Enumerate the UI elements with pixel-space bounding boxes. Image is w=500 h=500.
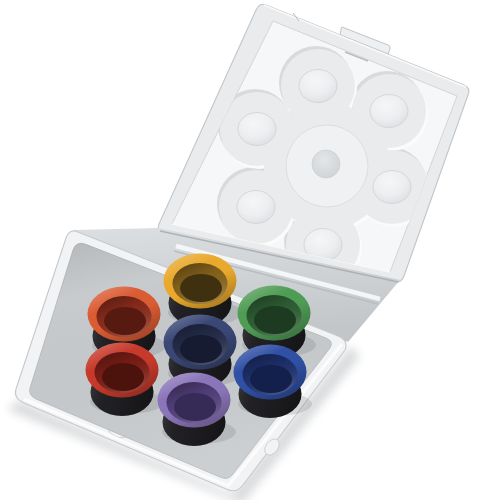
cup-interior — [104, 307, 146, 335]
cup-interior — [254, 306, 296, 334]
cup-interior — [180, 274, 222, 302]
palette-well-top — [299, 70, 337, 103]
palette-well-lower-right — [373, 171, 411, 204]
palette-center-well — [312, 150, 340, 178]
cup-interior — [102, 363, 144, 391]
product-photo — [0, 0, 500, 500]
paint-case-scene — [0, 0, 500, 500]
cup-interior — [180, 335, 222, 363]
cup-interior — [174, 393, 216, 421]
palette-well-upper-left — [238, 113, 276, 146]
cup-interior — [250, 365, 292, 393]
palette-well-lower-left — [237, 191, 275, 224]
palette-well-upper-right — [370, 95, 408, 128]
